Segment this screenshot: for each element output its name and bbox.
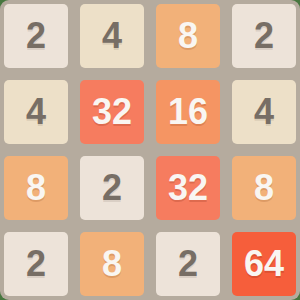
app-screen: 2 4 8 2 4 32 16 4 8 2 32 8 2 8 2 64 [0,0,300,300]
game-board-2048[interactable]: 2 4 8 2 4 32 16 4 8 2 32 8 2 8 2 64 [0,0,300,300]
tile-r2c4: 4 [232,80,296,144]
tile-r3c2: 2 [80,156,144,220]
tile-r1c4: 2 [232,4,296,68]
tile-r3c1: 8 [4,156,68,220]
tile-r4c1: 2 [4,232,68,296]
tile-r4c2: 8 [80,232,144,296]
tile-r2c1: 4 [4,80,68,144]
tile-r4c3: 2 [156,232,220,296]
tile-r4c4: 64 [232,232,296,296]
tile-r1c3: 8 [156,4,220,68]
tile-r2c3: 16 [156,80,220,144]
tile-r1c2: 4 [80,4,144,68]
tile-r3c3: 32 [156,156,220,220]
tile-r1c1: 2 [4,4,68,68]
tile-r3c4: 8 [232,156,296,220]
tile-r2c2: 32 [80,80,144,144]
